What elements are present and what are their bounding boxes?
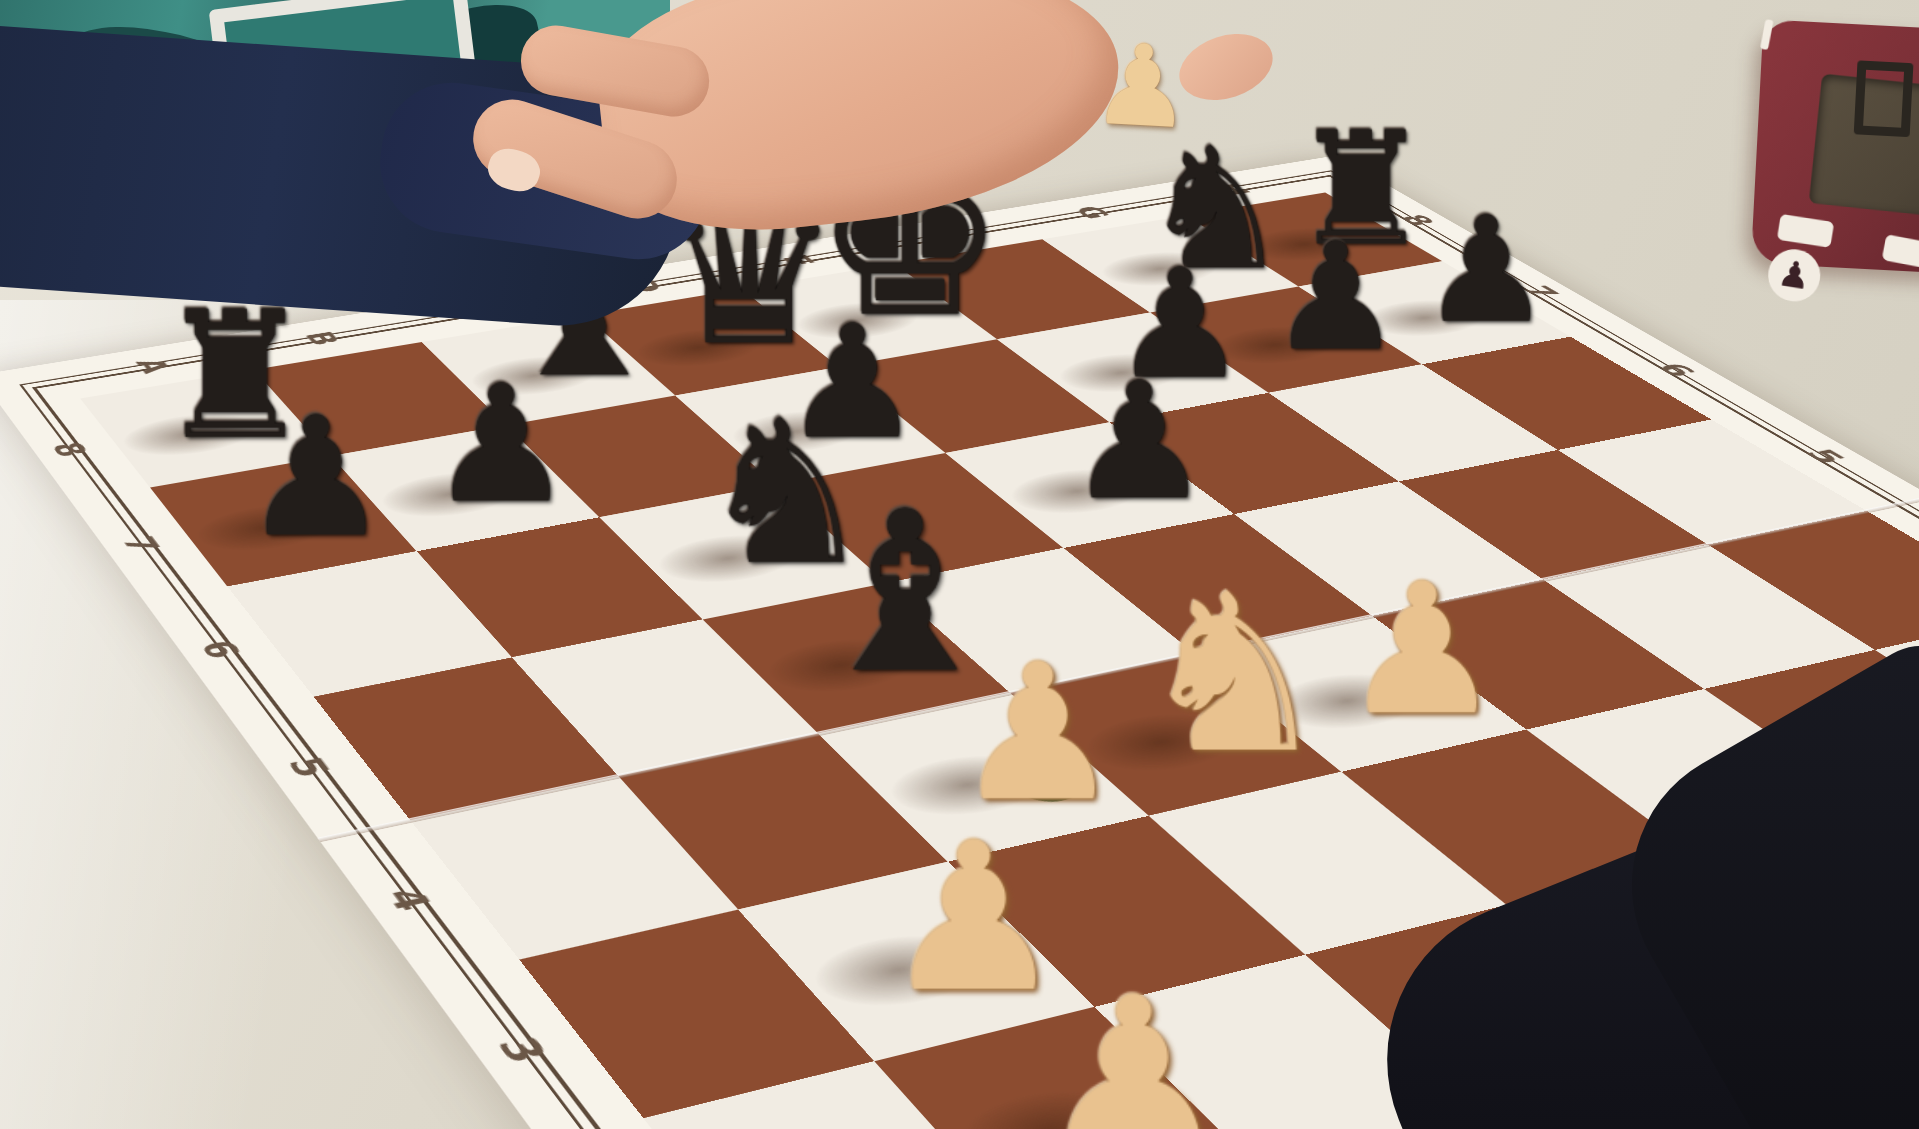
photo-canvas: ♜♝♛♚♞♜♟♟♟♟♟♟♞♟♝♟♞♟♟♟♟♜♞♝♛♚ AABBCCDDEEFFG… — [0, 0, 1919, 1129]
black-pawn-a7[interactable]: ♟ — [165, 396, 467, 561]
clock-button-left[interactable] — [1777, 214, 1834, 248]
clock-brand-logo-pawn-icon: ♟ — [1764, 246, 1823, 305]
chess-clock[interactable]: ♟ — [1751, 19, 1919, 276]
clock-divider-bar — [1760, 19, 1774, 50]
clock-digit — [1854, 60, 1914, 137]
clock-button-right[interactable] — [1882, 234, 1919, 271]
